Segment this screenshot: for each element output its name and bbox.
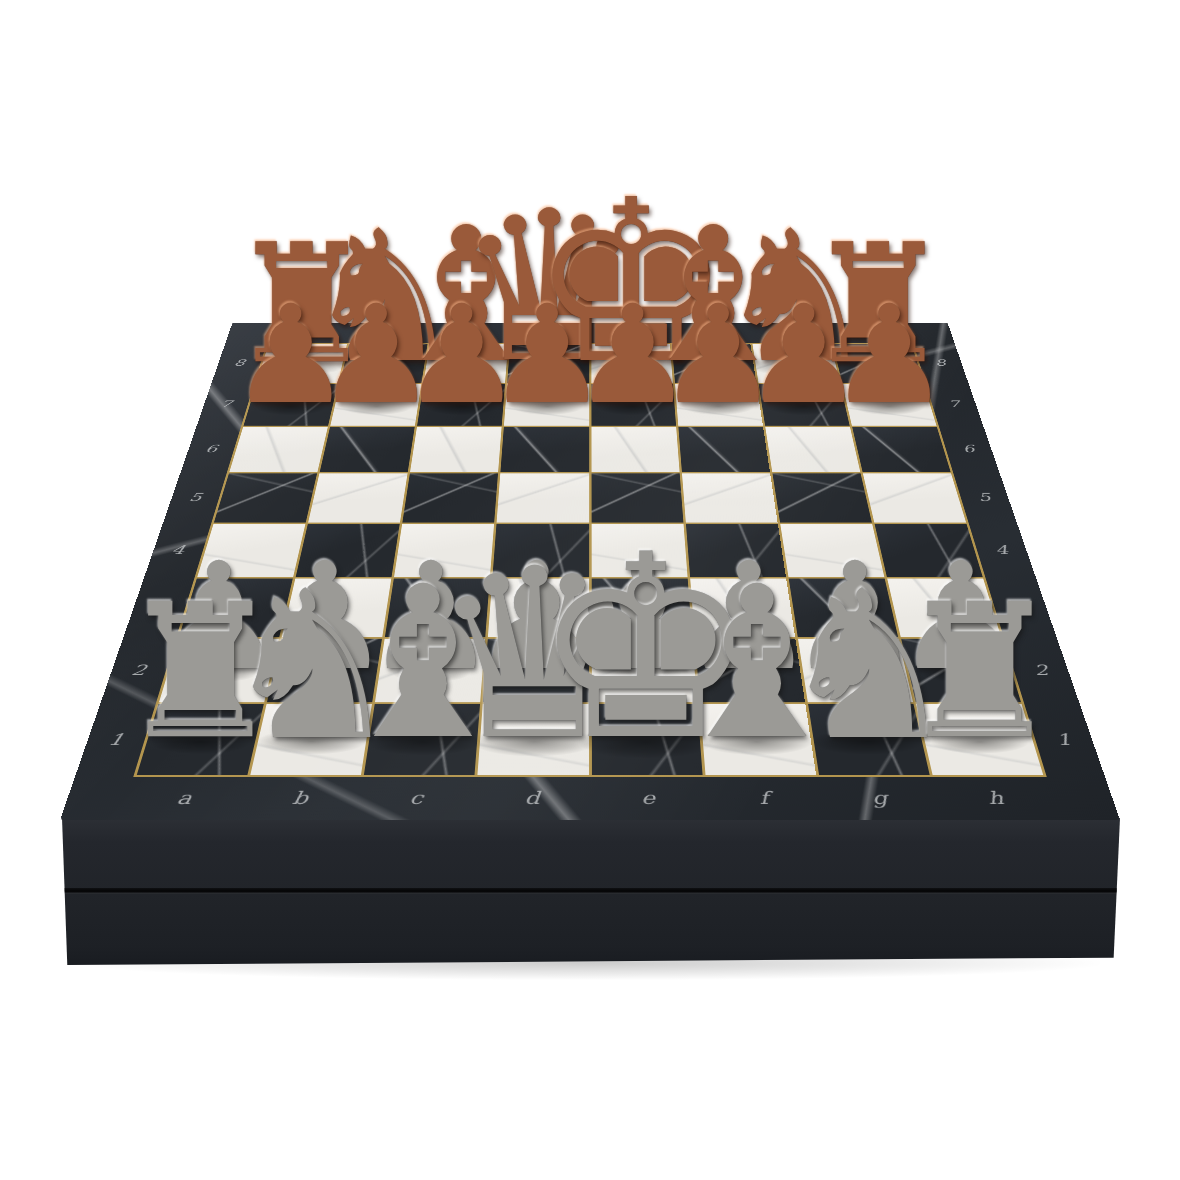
pieces-layer: ♜♞♝♛♚♝♞♜♟♟♟♟♟♟♟♟♟♟♟♟♟♟♟♟♜♞♝♛♚♝♞♜ [0, 0, 1180, 1180]
piece-white-rook-h1[interactable]: ♜ [896, 580, 1062, 766]
chess-set-product-photo: aabbccddeeffgghh1122334455667788 ♜♞♝♛♚♝♞… [0, 0, 1180, 1180]
piece-black-pawn-h7[interactable]: ♟ [828, 287, 950, 423]
